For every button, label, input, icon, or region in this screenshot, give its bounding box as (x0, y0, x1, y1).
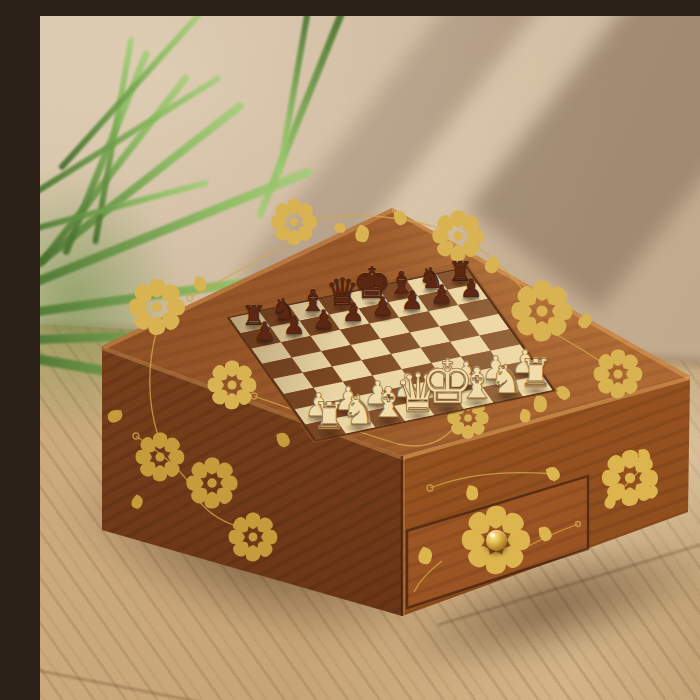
drawer-knob[interactable] (486, 530, 507, 551)
chess-box-photo: Handcrafted wooden chess box with brass … (40, 16, 700, 700)
